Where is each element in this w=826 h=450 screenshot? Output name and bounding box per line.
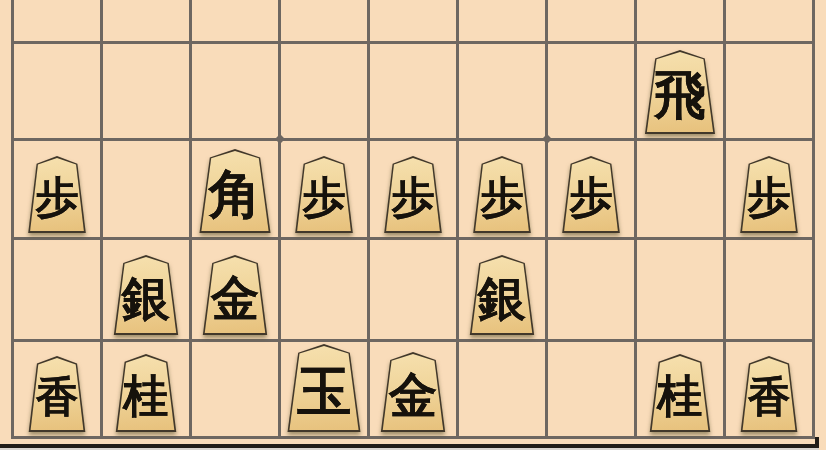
- shogi-board: 飛歩角歩歩歩歩歩銀金銀香桂玉金桂香: [0, 0, 826, 450]
- board-cell-7f[interactable]: [191, 42, 280, 139]
- board-cell-9f[interactable]: [13, 42, 102, 139]
- piece-kanji-pawn: 歩: [27, 156, 87, 233]
- piece-kanji-knight: 桂: [115, 354, 178, 432]
- shogi-piece-lance[interactable]: 香: [740, 356, 799, 432]
- shogi-piece-lance[interactable]: 香: [28, 356, 87, 432]
- board-cell-4e[interactable]: [458, 0, 547, 42]
- board-cell-5e[interactable]: [369, 0, 458, 42]
- board-cell-9e[interactable]: [13, 0, 102, 42]
- board-cell-3i[interactable]: [547, 340, 636, 437]
- shogi-piece-pawn[interactable]: 歩: [383, 156, 443, 233]
- board-cell-6h[interactable]: [280, 238, 369, 340]
- shogi-board-screen: 飛歩角歩歩歩歩歩銀金銀香桂玉金桂香: [0, 0, 826, 450]
- board-cell-8f[interactable]: [102, 42, 191, 139]
- board-cell-8g[interactable]: [102, 139, 191, 238]
- shogi-piece-pawn[interactable]: 歩: [472, 156, 532, 233]
- board-frame-corner: [815, 437, 819, 448]
- piece-kanji-bishop: 角: [198, 149, 272, 233]
- board-cell-4f[interactable]: [458, 42, 547, 139]
- shogi-piece-rook[interactable]: 飛: [644, 50, 717, 134]
- piece-kanji-gold: 金: [202, 255, 269, 335]
- shogi-piece-gold[interactable]: 金: [202, 255, 269, 335]
- board-cell-5f[interactable]: [369, 42, 458, 139]
- piece-kanji-lance: 香: [28, 356, 87, 432]
- board-cell-2e[interactable]: [636, 0, 725, 42]
- shogi-piece-king[interactable]: 玉: [286, 344, 362, 432]
- board-cell-3f[interactable]: [547, 42, 636, 139]
- piece-kanji-king: 玉: [286, 344, 362, 432]
- board-cell-9h[interactable]: [13, 238, 102, 340]
- piece-kanji-pawn: 歩: [472, 156, 532, 233]
- shogi-piece-silver[interactable]: 銀: [469, 255, 536, 335]
- shogi-piece-silver[interactable]: 銀: [113, 255, 180, 335]
- board-cell-1h[interactable]: [725, 238, 814, 340]
- piece-kanji-gold: 金: [380, 352, 447, 432]
- piece-kanji-pawn: 歩: [561, 156, 621, 233]
- board-cell-1e[interactable]: [725, 0, 814, 42]
- piece-kanji-silver: 銀: [113, 255, 180, 335]
- shogi-piece-pawn[interactable]: 歩: [561, 156, 621, 233]
- board-cell-3e[interactable]: [547, 0, 636, 42]
- board-cell-5h[interactable]: [369, 238, 458, 340]
- shogi-piece-pawn[interactable]: 歩: [27, 156, 87, 233]
- piece-kanji-rook: 飛: [644, 50, 717, 134]
- board-cell-2g[interactable]: [636, 139, 725, 238]
- shogi-piece-bishop[interactable]: 角: [198, 149, 272, 233]
- board-cell-3h[interactable]: [547, 238, 636, 340]
- board-cell-8e[interactable]: [102, 0, 191, 42]
- board-cell-1f[interactable]: [725, 42, 814, 139]
- board-cell-6f[interactable]: [280, 42, 369, 139]
- board-cell-7i[interactable]: [191, 340, 280, 437]
- board-cell-6e[interactable]: [280, 0, 369, 42]
- piece-kanji-pawn: 歩: [294, 156, 354, 233]
- shogi-piece-pawn[interactable]: 歩: [294, 156, 354, 233]
- board-cell-4i[interactable]: [458, 340, 547, 437]
- shogi-piece-gold[interactable]: 金: [380, 352, 447, 432]
- shogi-piece-knight[interactable]: 桂: [115, 354, 178, 432]
- piece-kanji-pawn: 歩: [739, 156, 799, 233]
- shogi-piece-pawn[interactable]: 歩: [739, 156, 799, 233]
- shogi-piece-knight[interactable]: 桂: [649, 354, 712, 432]
- piece-kanji-silver: 銀: [469, 255, 536, 335]
- piece-kanji-pawn: 歩: [383, 156, 443, 233]
- piece-kanji-knight: 桂: [649, 354, 712, 432]
- board-cell-2h[interactable]: [636, 238, 725, 340]
- piece-kanji-lance: 香: [740, 356, 799, 432]
- board-cell-7e[interactable]: [191, 0, 280, 42]
